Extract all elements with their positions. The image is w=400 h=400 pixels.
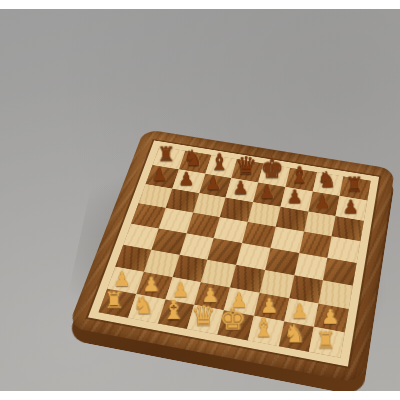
black-queen-d8[interactable]: ♛ <box>235 153 257 178</box>
white-king-e1[interactable]: ♚ <box>220 304 247 334</box>
square-b1[interactable]: ♞ <box>128 294 165 323</box>
black-bishop-c8[interactable]: ♝ <box>209 151 229 174</box>
square-g7[interactable]: ♟ <box>308 191 340 216</box>
black-pawn-a7[interactable]: ♟ <box>152 166 168 184</box>
black-pawn-d7[interactable]: ♟ <box>232 179 248 197</box>
black-pawn-h7[interactable]: ♟ <box>342 197 359 216</box>
grey-backdrop: ♜♞♝♛♚♝♞♜♟♟♟♟♟♟♟♟♟♟♟♟♟♟♟♟♜♞♝♛♚♝♞♜ <box>0 9 400 391</box>
white-bishop-f1[interactable]: ♝ <box>252 314 275 340</box>
square-g4[interactable] <box>294 253 328 280</box>
black-bishop-f8[interactable]: ♝ <box>289 164 310 187</box>
black-knight-g8[interactable]: ♞ <box>317 169 337 191</box>
black-rook-h8[interactable]: ♜ <box>345 176 363 196</box>
square-h6[interactable] <box>332 216 364 242</box>
product-photo: ♜♞♝♛♚♝♞♜♟♟♟♟♟♟♟♟♟♟♟♟♟♟♟♟♜♞♝♛♚♝♞♜ <box>0 0 400 400</box>
black-pawn-b7[interactable]: ♟ <box>178 170 194 188</box>
black-knight-b8[interactable]: ♞ <box>183 148 202 170</box>
black-pawn-g7[interactable]: ♟ <box>314 193 331 211</box>
black-rook-a8[interactable]: ♜ <box>158 145 176 165</box>
white-queen-d1[interactable]: ♛ <box>191 301 216 329</box>
white-knight-g1[interactable]: ♞ <box>283 321 305 346</box>
white-rook-a1[interactable]: ♜ <box>104 290 124 312</box>
square-g1[interactable]: ♞ <box>278 321 314 351</box>
square-h1[interactable]: ♜ <box>309 327 344 358</box>
white-bishop-c1[interactable]: ♝ <box>162 298 185 324</box>
white-rook-h1[interactable]: ♜ <box>315 329 336 352</box>
letterbox-top <box>0 0 400 9</box>
black-king-e8[interactable]: ♚ <box>260 156 284 183</box>
black-pawn-c7[interactable]: ♟ <box>205 174 221 192</box>
square-g5[interactable] <box>299 232 332 258</box>
black-pawn-e7[interactable]: ♟ <box>259 183 275 201</box>
square-f5[interactable] <box>270 227 303 253</box>
white-knight-b1[interactable]: ♞ <box>133 293 155 317</box>
square-f4[interactable] <box>265 248 299 275</box>
black-pawn-f7[interactable]: ♟ <box>287 188 304 206</box>
square-e7[interactable]: ♟ <box>253 182 285 206</box>
board-grid: ♜♞♝♛♚♝♞♜♟♟♟♟♟♟♟♟♟♟♟♟♟♟♟♟♜♞♝♛♚♝♞♜ <box>88 140 379 366</box>
square-a4[interactable] <box>123 224 158 250</box>
letterbox-bottom <box>0 391 400 400</box>
white-pawn-h2[interactable]: ♟ <box>321 307 339 327</box>
white-pawn-a2[interactable]: ♟ <box>114 269 132 289</box>
